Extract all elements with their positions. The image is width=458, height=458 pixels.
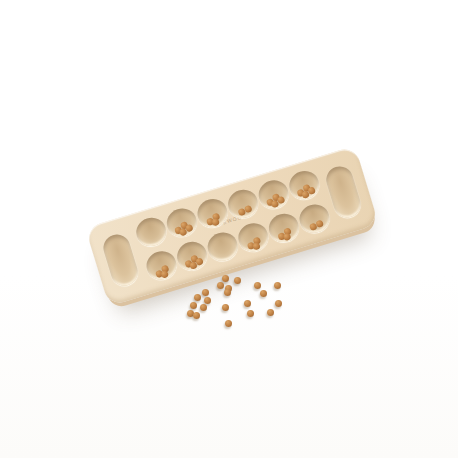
pit-back-5[interactable] [255,177,292,213]
mancala-board: LIEWOOD [85,146,379,307]
store-right [323,163,364,221]
pit-front-6[interactable] [296,201,333,237]
pit-front-3[interactable] [204,229,241,265]
pit-front-2[interactable] [174,238,211,274]
scattered-seed [274,282,281,289]
scattered-seed [254,282,261,289]
scattered-seed [247,310,254,317]
scattered-seed [234,277,241,284]
store-left [100,231,141,289]
pit-back-2[interactable] [163,205,200,241]
scattered-seed [267,309,274,316]
pit-front-4[interactable] [235,220,272,256]
scattered-seed [260,290,267,297]
scattered-seed [193,312,200,319]
scattered-seed [217,282,224,289]
scattered-seed [225,320,232,327]
scattered-seed [222,275,229,282]
scattered-seed [194,294,201,301]
photo-stage: LIEWOOD [0,0,458,458]
pit-back-1[interactable] [133,214,170,250]
scattered-seed [190,302,197,309]
pit-front-1[interactable] [143,248,180,284]
pit-back-3[interactable] [194,195,231,231]
pit-front-5[interactable] [265,210,302,246]
scattered-seed [224,289,231,296]
scattered-seed [204,297,211,304]
scattered-seed [202,289,209,296]
scattered-seed [200,304,207,311]
scattered-seed [244,300,251,307]
scattered-seed [275,300,282,307]
scattered-seed [222,304,229,311]
pit-back-6[interactable] [286,167,323,203]
